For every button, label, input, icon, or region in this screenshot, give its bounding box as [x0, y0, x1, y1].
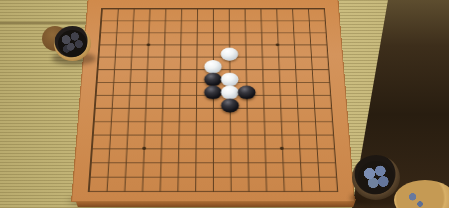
- star-point: [146, 43, 150, 46]
- star-point: [142, 147, 146, 150]
- black-stone: [237, 86, 255, 100]
- go-board-scene: [0, 0, 449, 208]
- white-stone-bowl: [352, 155, 400, 200]
- black-stone: [204, 86, 222, 100]
- black-stones-in-bowl: [58, 30, 87, 57]
- white-stone: [204, 60, 222, 73]
- white-stone: [221, 86, 239, 100]
- white-stone: [221, 48, 239, 61]
- star-point: [276, 43, 280, 46]
- star-point: [280, 147, 284, 150]
- go-board: [71, 0, 355, 202]
- black-stone: [204, 73, 222, 87]
- tatami-seam: [0, 22, 96, 24]
- black-stone: [221, 99, 239, 113]
- board-grid[interactable]: [88, 8, 339, 192]
- white-stones-in-bowl: [358, 161, 394, 194]
- black-stone-bowl: [54, 26, 91, 61]
- white-stone: [221, 73, 239, 87]
